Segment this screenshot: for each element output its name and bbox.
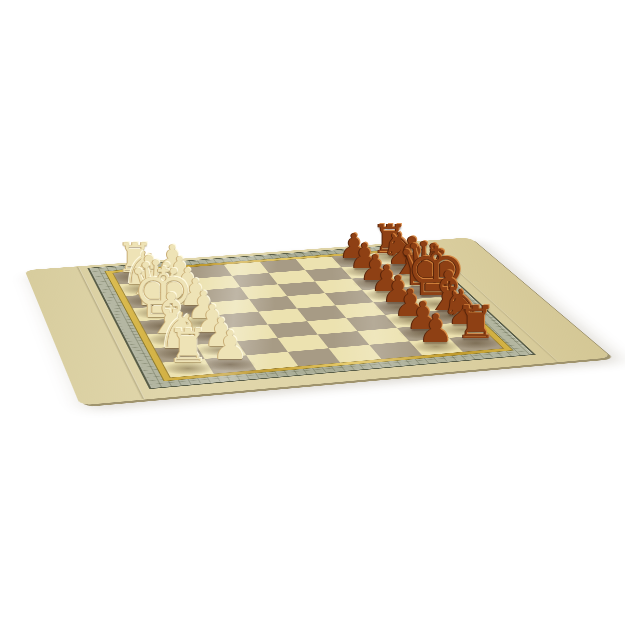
pieces-layer: ♜♞♝♛♚♝♞♜♟♟♟♟♟♟♟♟♟♟♟♟♟♟♟♟♜♞♝♛♚♝♞♜	[0, 0, 625, 625]
black-rook-h8[interactable]: ♜	[456, 300, 496, 345]
white-rook-h1[interactable]: ♜	[167, 323, 209, 370]
white-pawn-h2[interactable]: ♟	[212, 326, 248, 366]
black-pawn-h7[interactable]: ♟	[418, 310, 453, 349]
photo-scene: ♜♞♝♛♚♝♞♜♟♟♟♟♟♟♟♟♟♟♟♟♟♟♟♟♜♞♝♛♚♝♞♜	[0, 0, 625, 625]
